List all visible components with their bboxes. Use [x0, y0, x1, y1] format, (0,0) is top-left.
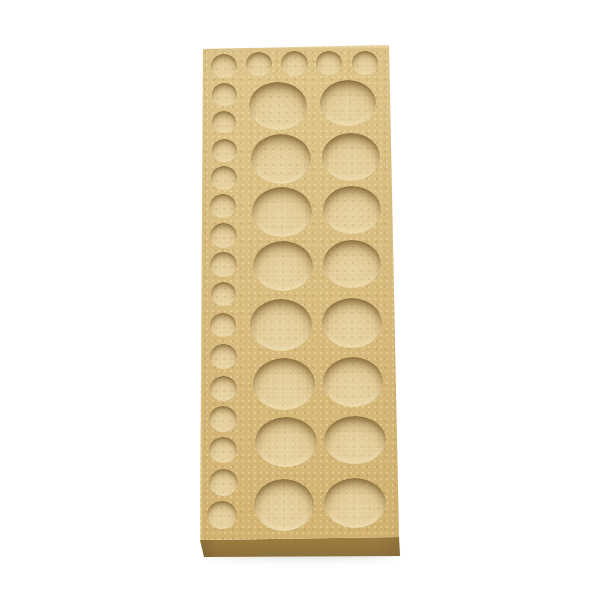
- pit: [209, 406, 237, 432]
- pit: [210, 376, 237, 401]
- pit: [209, 437, 237, 463]
- pit: [252, 187, 312, 237]
- pit: [323, 186, 381, 234]
- pit: [323, 357, 383, 407]
- pit: [316, 51, 342, 75]
- pit: [255, 417, 317, 467]
- pit: [212, 139, 237, 162]
- bead-tray-board: [198, 44, 402, 559]
- pit: [210, 313, 236, 337]
- pit: [323, 240, 381, 288]
- board-top-surface: [198, 44, 402, 559]
- pit: [322, 298, 382, 348]
- pit: [211, 166, 237, 190]
- pit: [211, 54, 237, 78]
- pit: [210, 223, 237, 248]
- pit: [254, 479, 314, 531]
- pit: [212, 83, 237, 106]
- pit: [207, 501, 237, 529]
- pit: [210, 194, 236, 218]
- pit: [209, 469, 238, 496]
- pit: [324, 416, 386, 464]
- pit: [322, 133, 380, 181]
- pit: [212, 111, 236, 133]
- pit: [211, 282, 236, 306]
- pit: [251, 134, 311, 184]
- pit: [320, 80, 376, 126]
- pit: [250, 299, 312, 351]
- pit: [253, 241, 313, 291]
- pit: [352, 51, 378, 75]
- pit: [253, 358, 315, 410]
- pit: [210, 344, 237, 369]
- pit: [281, 51, 308, 76]
- pit: [324, 478, 386, 528]
- pit: [249, 82, 307, 130]
- pit: [246, 52, 272, 76]
- product-photo-stage: [0, 0, 600, 600]
- pit: [210, 252, 237, 277]
